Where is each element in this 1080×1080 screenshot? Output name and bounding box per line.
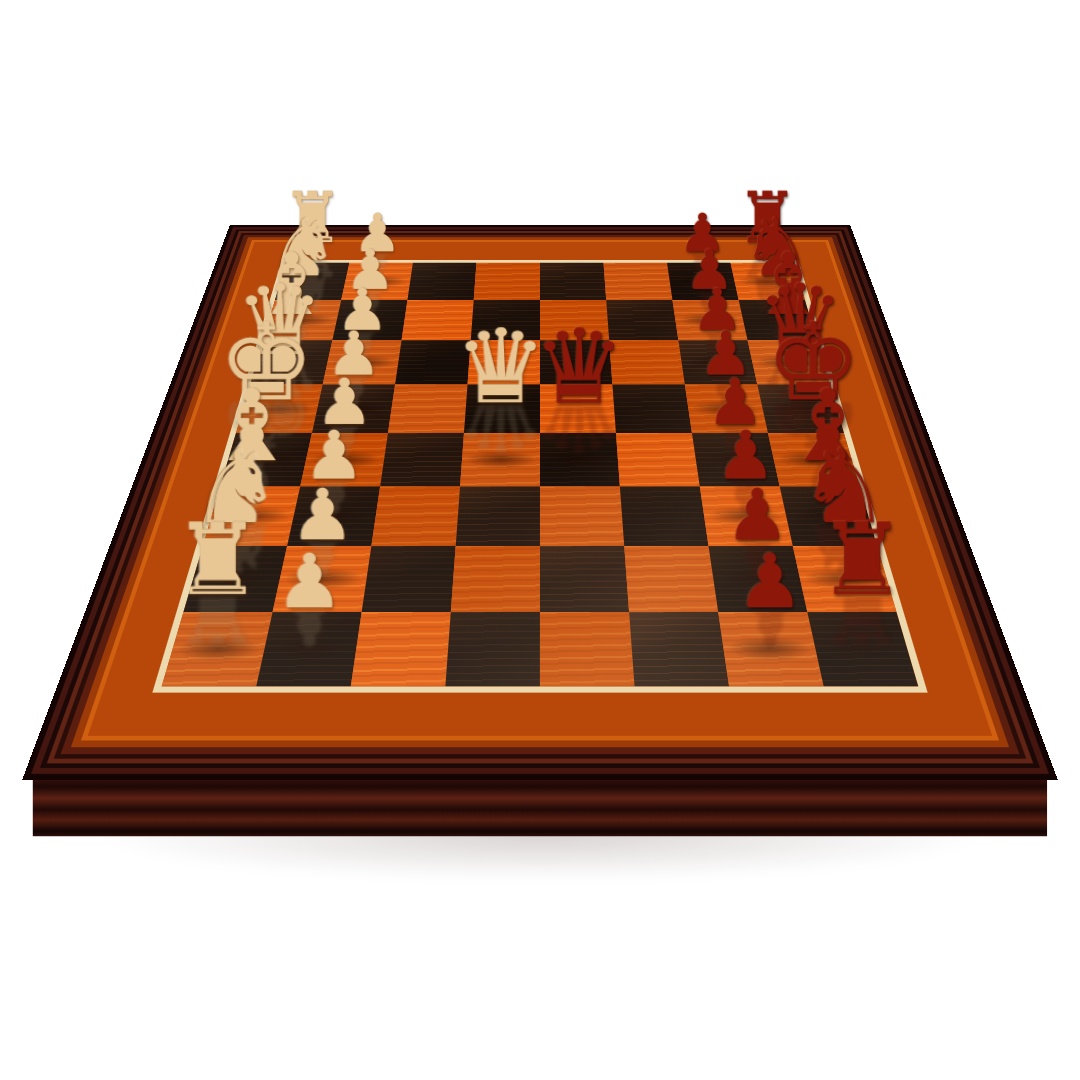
square-a4[interactable]	[474, 263, 540, 300]
white-rook-figure: ♜♜	[121, 513, 315, 652]
board-playing-field: ♜♜♟♟♟♟♜♜♞♞♟♟♟♟♞♞♝♝♟♟♟♟♝♝♛♛♟♟♟♟♛♛♚♚♟♟♛♛♛♛…	[162, 263, 919, 687]
white-queen-figure: ♛♛	[419, 318, 583, 462]
square-h4[interactable]	[445, 612, 540, 686]
square-g5[interactable]	[540, 546, 629, 612]
chess-board: ♜♜♟♟♟♟♜♜♞♞♟♟♟♟♞♞♝♝♟♟♟♟♝♝♛♛♟♟♟♟♛♛♚♚♟♟♛♛♛♛…	[152, 260, 927, 693]
board-scene: ♜♜♟♟♟♟♜♜♞♞♟♟♟♟♞♞♝♝♟♟♟♟♝♝♛♛♟♟♟♟♛♛♚♚♟♟♛♛♛♛…	[0, 0, 1080, 1080]
photo-stage: ♜♜♟♟♟♟♜♜♞♞♟♟♟♟♞♞♝♝♟♟♟♟♝♝♛♛♟♟♟♟♛♛♚♚♟♟♛♛♛♛…	[0, 0, 1080, 1080]
square-f4[interactable]	[456, 487, 540, 546]
pawn-reflection: ♟	[673, 611, 867, 652]
square-a5[interactable]	[540, 263, 606, 300]
board-front-molding	[33, 773, 1047, 837]
square-g4[interactable]	[451, 546, 540, 612]
queen-reflection: ♛	[419, 405, 583, 462]
pawn-glyph: ♟	[673, 547, 867, 618]
queen-glyph: ♛	[419, 318, 583, 416]
square-f5[interactable]	[540, 487, 624, 546]
rook-reflection: ♜	[121, 597, 315, 652]
rook-glyph: ♜	[121, 513, 315, 607]
square-h5[interactable]	[540, 612, 635, 686]
red-pawn-figure: ♟♟	[673, 547, 867, 652]
